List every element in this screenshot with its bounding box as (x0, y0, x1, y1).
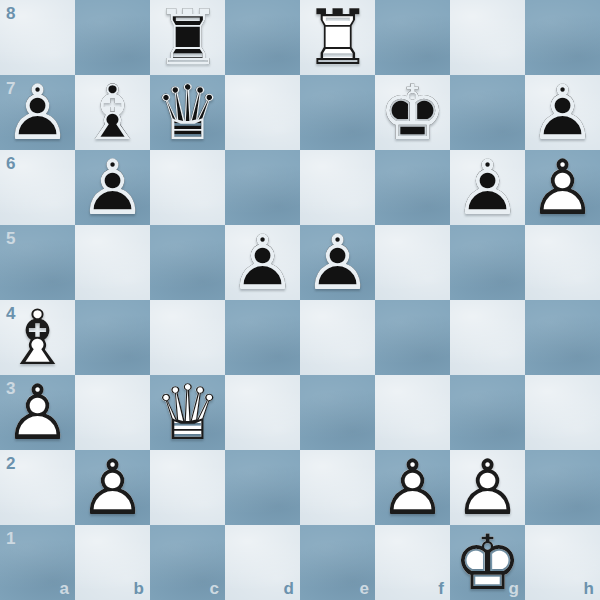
square-f8[interactable] (375, 0, 450, 75)
black-pawn-outline: ♙︎ (75, 150, 150, 225)
black-rook[interactable]: ♜︎♖︎ (150, 0, 225, 75)
black-pawn-outline: ♙︎ (0, 75, 75, 150)
chess-board: 8♜︎♖︎♜︎♖︎7♟︎♙︎♝︎♗︎♛︎♕︎♚︎♔︎♟︎♙︎6♟︎♙︎♟︎♙︎♟… (0, 0, 600, 600)
white-rook-outline: ♖︎ (300, 0, 375, 75)
square-h8[interactable] (525, 0, 600, 75)
square-f1[interactable]: f (375, 525, 450, 600)
square-e1[interactable]: e (300, 525, 375, 600)
black-pawn-outline: ♙︎ (525, 75, 600, 150)
square-b4[interactable] (75, 300, 150, 375)
square-e4[interactable] (300, 300, 375, 375)
square-a4[interactable]: 4♝︎♗︎ (0, 300, 75, 375)
square-g5[interactable] (450, 225, 525, 300)
square-a6[interactable]: 6 (0, 150, 75, 225)
file-label-h: h (584, 580, 594, 597)
square-g7[interactable] (450, 75, 525, 150)
square-e2[interactable] (300, 450, 375, 525)
square-h6[interactable]: ♟︎♙︎ (525, 150, 600, 225)
black-pawn-outline: ♙︎ (225, 225, 300, 300)
square-g6[interactable]: ♟︎♙︎ (450, 150, 525, 225)
square-e7[interactable] (300, 75, 375, 150)
white-pawn-outline: ♙︎ (525, 150, 600, 225)
square-c1[interactable]: c (150, 525, 225, 600)
white-pawn[interactable]: ♟︎♙︎ (0, 375, 75, 450)
square-b8[interactable] (75, 0, 150, 75)
square-d8[interactable] (225, 0, 300, 75)
black-rook-outline: ♖︎ (150, 0, 225, 75)
square-h7[interactable]: ♟︎♙︎ (525, 75, 600, 150)
square-a5[interactable]: 5 (0, 225, 75, 300)
square-d1[interactable]: d (225, 525, 300, 600)
square-b2[interactable]: ♟︎♙︎ (75, 450, 150, 525)
black-pawn-outline: ♙︎ (300, 225, 375, 300)
white-queen[interactable]: ♛︎♕︎ (150, 375, 225, 450)
square-b1[interactable]: b (75, 525, 150, 600)
black-bishop-outline: ♗︎ (75, 75, 150, 150)
white-pawn[interactable]: ♟︎♙︎ (450, 450, 525, 525)
file-label-b: b (134, 580, 144, 597)
square-c7[interactable]: ♛︎♕︎ (150, 75, 225, 150)
square-g1[interactable]: g♚︎♔︎ (450, 525, 525, 600)
white-king[interactable]: ♚︎♔︎ (450, 525, 525, 600)
square-f4[interactable] (375, 300, 450, 375)
white-rook[interactable]: ♜︎♖︎ (300, 0, 375, 75)
square-f2[interactable]: ♟︎♙︎ (375, 450, 450, 525)
file-label-d: d (284, 580, 294, 597)
black-pawn[interactable]: ♟︎♙︎ (0, 75, 75, 150)
white-queen-outline: ♕︎ (150, 375, 225, 450)
white-pawn-outline: ♙︎ (375, 450, 450, 525)
square-a8[interactable]: 8 (0, 0, 75, 75)
square-c5[interactable] (150, 225, 225, 300)
black-pawn[interactable]: ♟︎♙︎ (300, 225, 375, 300)
square-b5[interactable] (75, 225, 150, 300)
black-pawn[interactable]: ♟︎♙︎ (525, 75, 600, 150)
rank-label-5: 5 (6, 230, 15, 247)
square-a7[interactable]: 7♟︎♙︎ (0, 75, 75, 150)
black-pawn[interactable]: ♟︎♙︎ (225, 225, 300, 300)
square-h5[interactable] (525, 225, 600, 300)
square-e8[interactable]: ♜︎♖︎ (300, 0, 375, 75)
black-bishop[interactable]: ♝︎♗︎ (75, 75, 150, 150)
white-pawn-outline: ♙︎ (0, 375, 75, 450)
square-b7[interactable]: ♝︎♗︎ (75, 75, 150, 150)
black-pawn[interactable]: ♟︎♙︎ (75, 150, 150, 225)
square-e3[interactable] (300, 375, 375, 450)
white-pawn-outline: ♙︎ (75, 450, 150, 525)
square-d4[interactable] (225, 300, 300, 375)
white-bishop-outline: ♗︎ (0, 300, 75, 375)
file-label-e: e (360, 580, 369, 597)
white-bishop[interactable]: ♝︎♗︎ (0, 300, 75, 375)
black-king-outline: ♔︎ (375, 75, 450, 150)
square-h2[interactable] (525, 450, 600, 525)
rank-label-1: 1 (6, 530, 15, 547)
square-a3[interactable]: 3♟︎♙︎ (0, 375, 75, 450)
square-d6[interactable] (225, 150, 300, 225)
square-f3[interactable] (375, 375, 450, 450)
black-king[interactable]: ♚︎♔︎ (375, 75, 450, 150)
square-c6[interactable] (150, 150, 225, 225)
square-g4[interactable] (450, 300, 525, 375)
white-king-outline: ♔︎ (450, 525, 525, 600)
square-h3[interactable] (525, 375, 600, 450)
rank-label-6: 6 (6, 155, 15, 172)
black-queen-outline: ♕︎ (150, 75, 225, 150)
square-a2[interactable]: 2 (0, 450, 75, 525)
square-b3[interactable] (75, 375, 150, 450)
file-label-c: c (210, 580, 219, 597)
square-g8[interactable] (450, 0, 525, 75)
white-pawn[interactable]: ♟︎♙︎ (525, 150, 600, 225)
square-c4[interactable] (150, 300, 225, 375)
square-b6[interactable]: ♟︎♙︎ (75, 150, 150, 225)
file-label-a: a (60, 580, 69, 597)
white-pawn[interactable]: ♟︎♙︎ (375, 450, 450, 525)
rank-label-2: 2 (6, 455, 15, 472)
square-a1[interactable]: 1a (0, 525, 75, 600)
rank-label-8: 8 (6, 5, 15, 22)
white-pawn-outline: ♙︎ (450, 450, 525, 525)
square-d2[interactable] (225, 450, 300, 525)
square-f7[interactable]: ♚︎♔︎ (375, 75, 450, 150)
square-g3[interactable] (450, 375, 525, 450)
white-pawn[interactable]: ♟︎♙︎ (75, 450, 150, 525)
square-d3[interactable] (225, 375, 300, 450)
square-d5[interactable]: ♟︎♙︎ (225, 225, 300, 300)
square-f6[interactable] (375, 150, 450, 225)
square-g2[interactable]: ♟︎♙︎ (450, 450, 525, 525)
square-c3[interactable]: ♛︎♕︎ (150, 375, 225, 450)
square-c8[interactable]: ♜︎♖︎ (150, 0, 225, 75)
black-pawn-outline: ♙︎ (450, 150, 525, 225)
black-pawn[interactable]: ♟︎♙︎ (450, 150, 525, 225)
square-f5[interactable] (375, 225, 450, 300)
square-h4[interactable] (525, 300, 600, 375)
square-d7[interactable] (225, 75, 300, 150)
square-e5[interactable]: ♟︎♙︎ (300, 225, 375, 300)
black-queen[interactable]: ♛︎♕︎ (150, 75, 225, 150)
square-c2[interactable] (150, 450, 225, 525)
file-label-f: f (438, 580, 444, 597)
square-h1[interactable]: h (525, 525, 600, 600)
square-e6[interactable] (300, 150, 375, 225)
